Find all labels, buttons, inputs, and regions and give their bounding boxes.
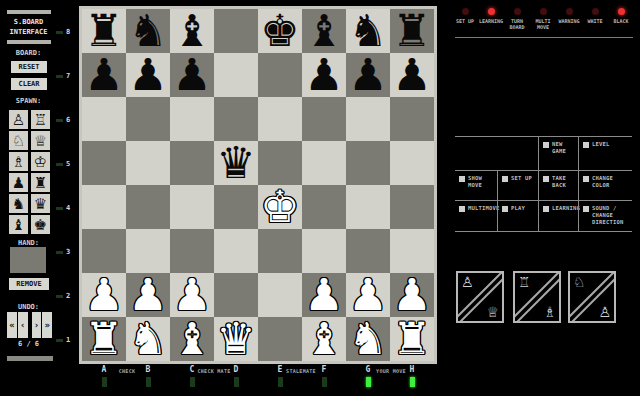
learning-button-label: LEARNING: [552, 205, 580, 212]
multimove-button[interactable]: MULTIMOVE: [455, 201, 497, 231]
square-a1[interactable]: ♜: [82, 317, 126, 361]
rank-label-2: 2: [66, 292, 70, 300]
checkbox-icon: [583, 176, 589, 182]
rank-led-4: [56, 207, 63, 210]
square-h7[interactable]: ♟: [390, 53, 434, 97]
black-rook-piece: ♜: [84, 9, 123, 53]
white-led: [592, 8, 599, 15]
button-grid-row-2: SHOW MOVESET UPTAKE BACKCHANGE COLOR: [455, 171, 632, 201]
file-led-F: [322, 377, 327, 387]
rank-row-2: 2: [56, 274, 79, 318]
square-g7[interactable]: ♟: [346, 53, 390, 97]
checkbox-icon: [543, 206, 549, 212]
learning-led: [488, 8, 495, 15]
square-d3[interactable]: [214, 229, 258, 273]
square-e2[interactable]: [258, 273, 302, 317]
square-d2[interactable]: [214, 273, 258, 317]
square-b4[interactable]: [126, 185, 170, 229]
reset-button[interactable]: RESET: [11, 61, 47, 73]
board-frame: ♜♞♝♚♝♞♜♟♟♟♟♟♟♛♚♟♟♟♟♟♟♜♞♝♛♝♞♜: [79, 6, 437, 364]
square-f8[interactable]: ♝: [302, 9, 346, 53]
level-button[interactable]: LEVEL: [578, 137, 632, 170]
set-up-led: [462, 8, 469, 15]
rank-row-3: 3: [56, 230, 79, 274]
show-move-button-label: SHOW MOVE: [468, 175, 495, 189]
undo-section-label: UNDO:: [0, 303, 57, 311]
redo-all-button[interactable]: »: [42, 312, 52, 338]
square-d7[interactable]: [214, 53, 258, 97]
pawn-icon: ♙: [461, 275, 474, 289]
square-b3[interactable]: [126, 229, 170, 273]
rank-led-1: [56, 339, 63, 342]
black-rook-icon: ♜: [34, 174, 47, 192]
black-queen-icon: ♛: [34, 195, 47, 213]
square-a3[interactable]: [82, 229, 126, 273]
spawn-white-knight-button[interactable]: ♘: [9, 131, 28, 150]
black-bishop-icon: ♝: [12, 216, 25, 234]
hand-slot[interactable]: [10, 247, 46, 273]
show-move-button[interactable]: SHOW MOVE: [455, 171, 497, 200]
warning-led-group: WARNING: [556, 8, 582, 30]
spawn-black-pawn-button[interactable]: ♟: [9, 173, 28, 192]
white-led-label: WHITE: [587, 18, 602, 24]
white-king-piece: ♚: [260, 185, 299, 229]
set-up-button-label: SET UP: [511, 175, 532, 182]
learning-led-group: LEARNING: [478, 8, 504, 30]
square-c7[interactable]: ♟: [170, 53, 214, 97]
black-led: [618, 8, 625, 15]
file-led-cell-A: [82, 377, 126, 387]
black-pawn-piece: ♟: [172, 53, 211, 97]
square-g8[interactable]: ♞: [346, 9, 390, 53]
spawn-black-knight-button[interactable]: ♞: [9, 194, 28, 213]
square-f6[interactable]: [302, 97, 346, 141]
square-b6[interactable]: [126, 97, 170, 141]
black-led-label: BLACK: [613, 18, 628, 24]
undo-all-button[interactable]: «: [7, 312, 17, 338]
learning-button[interactable]: LEARNING: [538, 201, 578, 231]
square-e5[interactable]: [258, 141, 302, 185]
spawn-black-grid: ♟♜♞♛♝♚: [9, 173, 50, 234]
change-color-button[interactable]: CHANGE COLOR: [578, 171, 632, 200]
square-c2[interactable]: ♟: [170, 273, 214, 317]
black-pawn-piece: ♟: [392, 53, 431, 97]
new-game-button[interactable]: NEW GAME: [538, 137, 578, 170]
black-rook-piece: ♜: [392, 9, 431, 53]
square-c4[interactable]: [170, 185, 214, 229]
file-led-cell-F: [302, 377, 346, 387]
change-color-button-label: CHANGE COLOR: [592, 175, 630, 189]
black-pawn-piece: ♟: [348, 53, 387, 97]
rank-row-6: 6: [56, 98, 79, 142]
spawn-section-label: SPAWN:: [0, 97, 57, 105]
black-knight-icon: ♞: [12, 195, 25, 213]
clear-button[interactable]: CLEAR: [11, 78, 47, 90]
play-button[interactable]: PLAY: [497, 201, 538, 231]
file-led-cell-B: [126, 377, 170, 387]
white-rook-piece: ♜: [392, 317, 431, 361]
multi-move-led: [540, 8, 547, 15]
empty-cell: [455, 137, 497, 170]
spawn-black-king-button[interactable]: ♚: [31, 215, 50, 234]
white-king-icon: ♔: [34, 153, 47, 171]
black-king-icon: ♚: [34, 216, 47, 234]
multi-move-led-group: MULTI MOVE: [530, 8, 556, 30]
promotion-boxes: ♙♕♖♗♘♙: [456, 271, 634, 323]
black-pawn-icon: ♟: [12, 174, 25, 192]
square-c6[interactable]: [170, 97, 214, 141]
rank-led-3: [56, 251, 63, 254]
white-pawn-icon: ♙: [12, 111, 25, 129]
rank-row-7: 7: [56, 54, 79, 98]
multimove-button-label: MULTIMOVE: [468, 205, 500, 212]
square-c5[interactable]: [170, 141, 214, 185]
spawn-black-rook-button[interactable]: ♜: [31, 173, 50, 192]
square-e3[interactable]: [258, 229, 302, 273]
black-bishop-piece: ♝: [304, 9, 343, 53]
file-led-B: [146, 377, 151, 387]
rank-label-5: 5: [66, 160, 70, 168]
square-g1[interactable]: ♞: [346, 317, 390, 361]
status-led-row: SET UPLEARNINGTURN BOARDMULTI MOVEWARNIN…: [452, 8, 635, 30]
sidebar-divider-top: [7, 10, 51, 14]
take-back-button-label: TAKE BACK: [552, 175, 576, 189]
white-pawn-piece: ♟: [392, 273, 431, 317]
white-pawn-piece: ♟: [172, 273, 211, 317]
rank-label-7: 7: [66, 72, 70, 80]
stalemate-label: STALEMATE: [286, 368, 316, 374]
turn-board-led-label: TURN BOARD: [504, 18, 530, 30]
square-f3[interactable]: [302, 229, 346, 273]
black-queen-piece: ♛: [216, 141, 255, 185]
white-pawn-piece: ♟: [348, 273, 387, 317]
promo-box-knight-pawn[interactable]: ♘♙: [568, 271, 616, 323]
rank-led-5: [56, 163, 63, 166]
sidebar-divider-bottom: [7, 356, 53, 361]
turn-board-led: [514, 8, 521, 15]
square-g3[interactable]: [346, 229, 390, 273]
white-rook-icon: ♖: [34, 111, 47, 129]
empty-cell: [497, 137, 538, 170]
white-rook-piece: ♜: [84, 317, 123, 361]
board-section-label: BOARD:: [0, 49, 57, 57]
sound-change-direction-button[interactable]: SOUND / CHANGE DIRECTION: [578, 201, 632, 231]
learning-led-label: LEARNING: [479, 18, 503, 24]
square-d4[interactable]: [214, 185, 258, 229]
button-grid-row-3: MULTIMOVEPLAYLEARNINGSOUND / CHANGE DIRE…: [455, 201, 632, 232]
checkbox-icon: [502, 176, 508, 182]
file-led-cell-D: [214, 377, 258, 387]
square-h8[interactable]: ♜: [390, 9, 434, 53]
square-b2[interactable]: ♟: [126, 273, 170, 317]
multi-move-led-label: MULTI MOVE: [530, 18, 556, 30]
square-h4[interactable]: [390, 185, 434, 229]
level-button-label: LEVEL: [592, 141, 610, 148]
black-knight-piece: ♞: [348, 9, 387, 53]
hand-section-label: HAND:: [0, 239, 57, 247]
file-led-A: [102, 377, 107, 387]
remove-button[interactable]: REMOVE: [9, 278, 49, 290]
square-d8[interactable]: [214, 9, 258, 53]
checkbox-icon: [583, 142, 589, 148]
black-led-group: BLACK: [608, 8, 634, 30]
black-pawn-piece: ♟: [84, 53, 123, 97]
rank-label-3: 3: [66, 248, 70, 256]
checkmate-label: CHECK MATE: [197, 368, 230, 374]
undo-counter: 6 / 6: [0, 340, 57, 348]
square-f2[interactable]: ♟: [302, 273, 346, 317]
file-leds: [82, 377, 434, 387]
your-move-label: YOUR MOVE: [376, 368, 406, 374]
rank-label-4: 4: [66, 204, 70, 212]
white-bishop-piece: ♝: [304, 317, 343, 361]
white-bishop-icon: ♗: [12, 153, 25, 171]
checkbox-icon: [459, 176, 465, 182]
checkbox-icon: [543, 176, 549, 182]
white-pawn-piece: ♟: [304, 273, 343, 317]
square-a2[interactable]: ♟: [82, 273, 126, 317]
square-c8[interactable]: ♝: [170, 9, 214, 53]
spawn-white-king-button[interactable]: ♔: [31, 152, 50, 171]
file-led-E: [278, 377, 283, 387]
white-bishop-piece: ♝: [172, 317, 211, 361]
square-g6[interactable]: [346, 97, 390, 141]
square-b7[interactable]: ♟: [126, 53, 170, 97]
spawn-white-rook-button[interactable]: ♖: [31, 110, 50, 129]
spawn-white-pawn-button[interactable]: ♙: [9, 110, 28, 129]
square-h6[interactable]: [390, 97, 434, 141]
right-panel-divider: [455, 37, 633, 38]
new-game-button-label: NEW GAME: [552, 141, 576, 155]
black-king-piece: ♚: [260, 9, 299, 53]
play-button-label: PLAY: [511, 205, 525, 212]
file-led-cell-C: [170, 377, 214, 387]
warning-led: [566, 8, 573, 15]
square-a4[interactable]: [82, 185, 126, 229]
spawn-black-queen-button[interactable]: ♛: [31, 194, 50, 213]
checkbox-icon: [583, 206, 589, 212]
rook-icon: ♖: [518, 275, 531, 289]
square-a8[interactable]: ♜: [82, 9, 126, 53]
square-d6[interactable]: [214, 97, 258, 141]
undo-buttons: «‹›»: [7, 312, 53, 338]
set-up-button[interactable]: SET UP: [497, 171, 538, 200]
square-g5[interactable]: [346, 141, 390, 185]
rank-led-8: [56, 31, 63, 34]
square-a5[interactable]: [82, 141, 126, 185]
square-d5[interactable]: ♛: [214, 141, 258, 185]
white-led-group: WHITE: [582, 8, 608, 30]
square-h3[interactable]: [390, 229, 434, 273]
redo-button[interactable]: ›: [32, 312, 42, 338]
square-b8[interactable]: ♞: [126, 9, 170, 53]
white-knight-icon: ♘: [12, 132, 25, 150]
square-b5[interactable]: [126, 141, 170, 185]
file-led-D: [234, 377, 239, 387]
black-pawn-piece: ♟: [128, 53, 167, 97]
check-label: CHECK: [119, 368, 136, 374]
square-c3[interactable]: [170, 229, 214, 273]
square-e6[interactable]: [258, 97, 302, 141]
white-knight-piece: ♞: [128, 317, 167, 361]
app-title: S.BOARD INTERFACE: [0, 17, 57, 37]
square-h5[interactable]: [390, 141, 434, 185]
bishop-icon: ♗: [543, 305, 556, 319]
rank-led-7: [56, 75, 63, 78]
white-pawn-piece: ♟: [128, 273, 167, 317]
file-led-cell-G: [346, 377, 390, 387]
sound-change-direction-button-label: SOUND / CHANGE DIRECTION: [592, 205, 630, 226]
sidebar-divider: [7, 40, 51, 44]
file-led-cell-E: [258, 377, 302, 387]
rank-label-8: 8: [66, 28, 70, 36]
square-e7[interactable]: [258, 53, 302, 97]
chess-computer-interface: S.BOARD INTERFACE BOARD: RESET CLEAR SPA…: [0, 0, 640, 396]
queen-icon: ♕: [486, 305, 499, 319]
file-led-G: [366, 377, 371, 387]
rank-label-6: 6: [66, 116, 70, 124]
checkbox-icon: [543, 142, 549, 148]
black-pawn-piece: ♟: [304, 53, 343, 97]
warning-led-label: WARNING: [558, 18, 579, 24]
square-e8[interactable]: ♚: [258, 9, 302, 53]
white-knight-piece: ♞: [348, 317, 387, 361]
set-up-led-group: SET UP: [452, 8, 478, 30]
spawn-white-bishop-button[interactable]: ♗: [9, 152, 28, 171]
square-f4[interactable]: [302, 185, 346, 229]
black-knight-piece: ♞: [128, 9, 167, 53]
white-queen-piece: ♛: [216, 317, 255, 361]
rank-label-1: 1: [66, 336, 70, 344]
button-grid: NEW GAMELEVELSHOW MOVESET UPTAKE BACKCHA…: [455, 136, 632, 232]
square-h1[interactable]: ♜: [390, 317, 434, 361]
pawn-icon: ♙: [598, 305, 611, 319]
undo-button[interactable]: ‹: [18, 312, 28, 338]
board-grid: ♜♞♝♚♝♞♜♟♟♟♟♟♟♛♚♟♟♟♟♟♟♜♞♝♛♝♞♜: [82, 9, 434, 361]
square-a6[interactable]: [82, 97, 126, 141]
square-h2[interactable]: ♟: [390, 273, 434, 317]
file-led-C: [190, 377, 195, 387]
square-g2[interactable]: ♟: [346, 273, 390, 317]
square-f5[interactable]: [302, 141, 346, 185]
spawn-white-queen-button[interactable]: ♕: [31, 131, 50, 150]
square-d1[interactable]: ♛: [214, 317, 258, 361]
square-g4[interactable]: [346, 185, 390, 229]
promo-box-rook-bishop[interactable]: ♖♗: [513, 271, 561, 323]
file-led-H: [410, 377, 415, 387]
black-bishop-piece: ♝: [172, 9, 211, 53]
square-f1[interactable]: ♝: [302, 317, 346, 361]
knight-icon: ♘: [573, 275, 586, 289]
rank-row-1: 1: [56, 318, 79, 362]
take-back-button[interactable]: TAKE BACK: [538, 171, 578, 200]
checkbox-icon: [459, 206, 465, 212]
square-e1[interactable]: [258, 317, 302, 361]
promo-box-pawn-queen[interactable]: ♙♕: [456, 271, 504, 323]
rank-row-4: 4: [56, 186, 79, 230]
square-e4[interactable]: ♚: [258, 185, 302, 229]
white-pawn-piece: ♟: [84, 273, 123, 317]
square-a7[interactable]: ♟: [82, 53, 126, 97]
rank-led-6: [56, 119, 63, 122]
square-c1[interactable]: ♝: [170, 317, 214, 361]
square-b1[interactable]: ♞: [126, 317, 170, 361]
set-up-led-label: SET UP: [456, 18, 474, 24]
turn-board-led-group: TURN BOARD: [504, 8, 530, 30]
rank-row-8: 8: [56, 10, 79, 54]
spawn-black-bishop-button[interactable]: ♝: [9, 215, 28, 234]
checkbox-icon: [502, 206, 508, 212]
rank-labels: 87654321: [56, 10, 79, 362]
spawn-white-grid: ♙♖♘♕♗♔: [9, 110, 50, 171]
rank-row-5: 5: [56, 142, 79, 186]
white-queen-icon: ♕: [34, 132, 47, 150]
square-f7[interactable]: ♟: [302, 53, 346, 97]
file-led-cell-H: [390, 377, 434, 387]
rank-led-2: [56, 295, 63, 298]
button-grid-row-1: NEW GAMELEVEL: [455, 137, 632, 171]
